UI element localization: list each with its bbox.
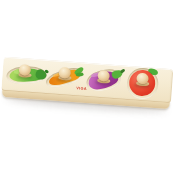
slot-tomato — [117, 63, 168, 102]
knob-ball — [97, 69, 110, 81]
tomato-knob[interactable] — [117, 63, 168, 102]
knob-ball — [136, 72, 149, 84]
knob-ball — [58, 66, 71, 78]
viga-logo: VIGA — [73, 86, 90, 91]
product-photo: VIGA — [0, 0, 175, 175]
knob-ball — [19, 63, 32, 75]
puzzle-board: VIGA — [0, 50, 174, 118]
